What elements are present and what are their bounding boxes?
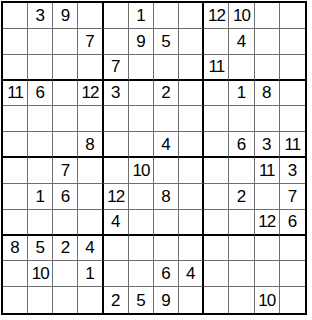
cell-r8c1[interactable] <box>3 184 28 210</box>
cell-r10c10[interactable] <box>229 236 254 262</box>
cell-r12c8[interactable] <box>179 287 204 313</box>
cell-r3c8[interactable] <box>179 55 204 81</box>
cell-r11c12[interactable] <box>280 261 305 287</box>
cell-r2c10[interactable]: 4 <box>229 29 254 55</box>
cell-r10c5[interactable] <box>104 236 129 262</box>
cell-r2c7[interactable]: 5 <box>154 29 179 55</box>
cell-r1c11[interactable] <box>255 3 280 29</box>
cell-r1c6[interactable]: 1 <box>129 3 154 29</box>
cell-r1c7[interactable] <box>154 3 179 29</box>
cell-r9c8[interactable] <box>179 210 204 236</box>
cell-r5c11[interactable] <box>255 106 280 132</box>
cell-r12c3[interactable] <box>53 287 78 313</box>
cell-r10c3[interactable]: 2 <box>53 236 78 262</box>
cell-r12c12[interactable] <box>280 287 305 313</box>
cell-r9c1[interactable] <box>3 210 28 236</box>
cell-r5c8[interactable] <box>179 106 204 132</box>
cell-r9c4[interactable] <box>78 210 103 236</box>
cell-r10c7[interactable] <box>154 236 179 262</box>
cell-r2c5[interactable] <box>104 29 129 55</box>
cell-r2c12[interactable] <box>280 29 305 55</box>
cell-r8c4[interactable] <box>78 184 103 210</box>
cell-r9c2[interactable] <box>28 210 53 236</box>
cell-r12c2[interactable] <box>28 287 53 313</box>
cell-r8c10[interactable]: 2 <box>229 184 254 210</box>
cell-r7c5[interactable] <box>104 158 129 184</box>
cell-r1c2[interactable]: 3 <box>28 3 53 29</box>
cell-r6c6[interactable] <box>129 132 154 158</box>
cell-r4c7[interactable]: 2 <box>154 81 179 107</box>
cell-r11c9[interactable] <box>204 261 229 287</box>
cell-r4c11[interactable]: 8 <box>255 81 280 107</box>
cell-r6c1[interactable] <box>3 132 28 158</box>
cell-r12c7[interactable]: 9 <box>154 287 179 313</box>
cell-r6c7[interactable]: 4 <box>154 132 179 158</box>
cell-r12c10[interactable] <box>229 287 254 313</box>
cell-r1c10[interactable]: 10 <box>229 3 254 29</box>
cell-r9c3[interactable] <box>53 210 78 236</box>
cell-r7c7[interactable] <box>154 158 179 184</box>
cell-r6c11[interactable]: 3 <box>255 132 280 158</box>
cell-r4c10[interactable]: 1 <box>229 81 254 107</box>
cell-r3c7[interactable] <box>154 55 179 81</box>
cell-r10c8[interactable] <box>179 236 204 262</box>
cell-r11c7[interactable]: 6 <box>154 261 179 287</box>
cell-r5c3[interactable] <box>53 106 78 132</box>
cell-r2c6[interactable]: 9 <box>129 29 154 55</box>
cell-r8c3[interactable]: 6 <box>53 184 78 210</box>
cell-r8c12[interactable]: 7 <box>280 184 305 210</box>
cell-r8c11[interactable] <box>255 184 280 210</box>
cell-r10c6[interactable] <box>129 236 154 262</box>
cell-r11c10[interactable] <box>229 261 254 287</box>
cell-r1c9[interactable]: 12 <box>204 3 229 29</box>
cell-r6c10[interactable]: 6 <box>229 132 254 158</box>
cell-r6c8[interactable] <box>179 132 204 158</box>
cell-r8c8[interactable] <box>179 184 204 210</box>
cell-r5c1[interactable] <box>3 106 28 132</box>
cell-r12c9[interactable] <box>204 287 229 313</box>
cell-r7c2[interactable] <box>28 158 53 184</box>
cell-r2c4[interactable]: 7 <box>78 29 103 55</box>
cell-r11c4[interactable]: 1 <box>78 261 103 287</box>
cell-r12c6[interactable]: 5 <box>129 287 154 313</box>
cell-r3c12[interactable] <box>280 55 305 81</box>
cell-r6c9[interactable] <box>204 132 229 158</box>
cell-r2c3[interactable] <box>53 29 78 55</box>
cell-r3c9[interactable]: 11 <box>204 55 229 81</box>
cell-r8c2[interactable]: 1 <box>28 184 53 210</box>
cell-r9c11[interactable]: 12 <box>255 210 280 236</box>
cell-r11c5[interactable] <box>104 261 129 287</box>
cell-r9c12[interactable]: 6 <box>280 210 305 236</box>
cell-r3c1[interactable] <box>3 55 28 81</box>
cell-r7c8[interactable] <box>179 158 204 184</box>
cell-r6c5[interactable] <box>104 132 129 158</box>
cell-r1c5[interactable] <box>104 3 129 29</box>
cell-r11c6[interactable] <box>129 261 154 287</box>
cell-r7c11[interactable]: 11 <box>255 158 280 184</box>
cell-r11c3[interactable] <box>53 261 78 287</box>
cell-r5c6[interactable] <box>129 106 154 132</box>
cell-r8c9[interactable] <box>204 184 229 210</box>
cell-r3c2[interactable] <box>28 55 53 81</box>
cell-r12c11[interactable]: 10 <box>255 287 280 313</box>
cell-r4c12[interactable] <box>280 81 305 107</box>
cell-r12c1[interactable] <box>3 287 28 313</box>
cell-r10c2[interactable]: 5 <box>28 236 53 262</box>
cell-r2c2[interactable] <box>28 29 53 55</box>
cell-r2c9[interactable] <box>204 29 229 55</box>
cell-r2c11[interactable] <box>255 29 280 55</box>
cell-r3c10[interactable] <box>229 55 254 81</box>
cell-r5c12[interactable] <box>280 106 305 132</box>
cell-r11c11[interactable] <box>255 261 280 287</box>
cell-r8c5[interactable]: 12 <box>104 184 129 210</box>
cell-r4c5[interactable]: 3 <box>104 81 129 107</box>
cell-r10c12[interactable] <box>280 236 305 262</box>
cell-r7c6[interactable]: 10 <box>129 158 154 184</box>
cell-r4c2[interactable]: 6 <box>28 81 53 107</box>
cell-r1c1[interactable] <box>3 3 28 29</box>
cell-r10c4[interactable]: 4 <box>78 236 103 262</box>
cell-r5c7[interactable] <box>154 106 179 132</box>
cell-r3c5[interactable]: 7 <box>104 55 129 81</box>
cell-r8c6[interactable] <box>129 184 154 210</box>
cell-r12c4[interactable] <box>78 287 103 313</box>
cell-r6c12[interactable]: 11 <box>280 132 305 158</box>
cell-r11c1[interactable] <box>3 261 28 287</box>
cell-r4c1[interactable]: 11 <box>3 81 28 107</box>
cell-r8c7[interactable]: 8 <box>154 184 179 210</box>
cell-r9c5[interactable]: 4 <box>104 210 129 236</box>
cell-r6c2[interactable] <box>28 132 53 158</box>
cell-r7c3[interactable]: 7 <box>53 158 78 184</box>
cell-r4c6[interactable] <box>129 81 154 107</box>
cell-r10c1[interactable]: 8 <box>3 236 28 262</box>
cell-r6c3[interactable] <box>53 132 78 158</box>
cell-r6c4[interactable]: 8 <box>78 132 103 158</box>
cell-r4c4[interactable]: 12 <box>78 81 103 107</box>
sudoku-board: 3911210795471111612321884631171011316128… <box>1 1 307 315</box>
cell-r3c3[interactable] <box>53 55 78 81</box>
cell-r10c11[interactable] <box>255 236 280 262</box>
cell-r7c4[interactable] <box>78 158 103 184</box>
cell-r9c7[interactable] <box>154 210 179 236</box>
cell-r7c9[interactable] <box>204 158 229 184</box>
cell-r2c1[interactable] <box>3 29 28 55</box>
cell-r1c4[interactable] <box>78 3 103 29</box>
cell-r4c8[interactable] <box>179 81 204 107</box>
cell-r10c9[interactable] <box>204 236 229 262</box>
cell-r3c11[interactable] <box>255 55 280 81</box>
cell-r5c9[interactable] <box>204 106 229 132</box>
cell-r12c5[interactable]: 2 <box>104 287 129 313</box>
cell-r5c10[interactable] <box>229 106 254 132</box>
cell-r3c6[interactable] <box>129 55 154 81</box>
cell-r7c10[interactable] <box>229 158 254 184</box>
cell-r1c3[interactable]: 9 <box>53 3 78 29</box>
cell-r11c8[interactable]: 4 <box>179 261 204 287</box>
cell-r4c3[interactable] <box>53 81 78 107</box>
cell-r4c9[interactable] <box>204 81 229 107</box>
cell-r11c2[interactable]: 10 <box>28 261 53 287</box>
cell-r9c10[interactable] <box>229 210 254 236</box>
cell-r3c4[interactable] <box>78 55 103 81</box>
cell-r9c6[interactable] <box>129 210 154 236</box>
cell-r2c8[interactable] <box>179 29 204 55</box>
cell-r7c12[interactable]: 3 <box>280 158 305 184</box>
cell-r7c1[interactable] <box>3 158 28 184</box>
cell-r1c12[interactable] <box>280 3 305 29</box>
cell-r9c9[interactable] <box>204 210 229 236</box>
cell-r5c4[interactable] <box>78 106 103 132</box>
cell-r1c8[interactable] <box>179 3 204 29</box>
cell-r5c5[interactable] <box>104 106 129 132</box>
cell-r5c2[interactable] <box>28 106 53 132</box>
